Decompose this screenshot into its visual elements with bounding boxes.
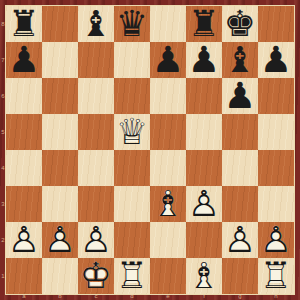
- white-pawn-c2[interactable]: ♟♙: [78, 222, 114, 258]
- square-h3[interactable]: [258, 186, 294, 222]
- square-c3[interactable]: [78, 186, 114, 222]
- square-d8[interactable]: ♛: [114, 6, 150, 42]
- piece-outline-glyph: ♙: [6, 222, 42, 258]
- square-e8[interactable]: [150, 6, 186, 42]
- black-king-g8[interactable]: ♚: [222, 6, 258, 42]
- piece-fill-glyph: ♝: [150, 186, 186, 222]
- square-b5[interactable]: [42, 114, 78, 150]
- square-d4[interactable]: [114, 150, 150, 186]
- white-rook-d1[interactable]: ♜♖: [114, 258, 150, 294]
- square-g2[interactable]: ♟♙: [222, 222, 258, 258]
- white-pawn-b2[interactable]: ♟♙: [42, 222, 78, 258]
- white-pawn-h2[interactable]: ♟♙: [258, 222, 294, 258]
- square-d5[interactable]: ♛♕: [114, 114, 150, 150]
- piece-fill-glyph: ♝: [186, 258, 222, 294]
- square-f6[interactable]: [186, 78, 222, 114]
- square-c2[interactable]: ♟♙: [78, 222, 114, 258]
- black-queen-d8[interactable]: ♛: [114, 6, 150, 42]
- white-pawn-a2[interactable]: ♟♙: [6, 222, 42, 258]
- square-a7[interactable]: ♟: [6, 42, 42, 78]
- square-g5[interactable]: [222, 114, 258, 150]
- square-b2[interactable]: ♟♙: [42, 222, 78, 258]
- black-pawn-h7[interactable]: ♟: [258, 42, 294, 78]
- piece-fill-glyph: ♟: [78, 222, 114, 258]
- piece-fill-glyph: ♟: [6, 222, 42, 258]
- black-pawn-g6[interactable]: ♟: [222, 78, 258, 114]
- white-bishop-f1[interactable]: ♝♗: [186, 258, 222, 294]
- square-f4[interactable]: [186, 150, 222, 186]
- white-rook-h1[interactable]: ♜♖: [258, 258, 294, 294]
- square-d2[interactable]: [114, 222, 150, 258]
- piece-outline-glyph: ♙: [42, 222, 78, 258]
- piece-outline-glyph: ♔: [78, 258, 114, 294]
- white-pawn-f3[interactable]: ♟♙: [186, 186, 222, 222]
- square-e7[interactable]: ♟: [150, 42, 186, 78]
- square-a8[interactable]: ♜: [6, 6, 42, 42]
- square-f3[interactable]: ♟♙: [186, 186, 222, 222]
- square-c8[interactable]: ♝: [78, 6, 114, 42]
- piece-glyph: ♟: [258, 42, 294, 78]
- file-label-e: e: [150, 293, 186, 300]
- square-e5[interactable]: [150, 114, 186, 150]
- square-a6[interactable]: [6, 78, 42, 114]
- piece-outline-glyph: ♙: [222, 222, 258, 258]
- square-g1[interactable]: [222, 258, 258, 294]
- square-e1[interactable]: [150, 258, 186, 294]
- square-h2[interactable]: ♟♙: [258, 222, 294, 258]
- square-a3[interactable]: [6, 186, 42, 222]
- square-c4[interactable]: [78, 150, 114, 186]
- file-label-g: g: [222, 293, 258, 300]
- square-h6[interactable]: [258, 78, 294, 114]
- piece-fill-glyph: ♟: [222, 222, 258, 258]
- piece-outline-glyph: ♙: [258, 222, 294, 258]
- square-d1[interactable]: ♜♖: [114, 258, 150, 294]
- piece-fill-glyph: ♟: [42, 222, 78, 258]
- square-h4[interactable]: [258, 150, 294, 186]
- square-g3[interactable]: [222, 186, 258, 222]
- piece-glyph: ♝: [222, 42, 258, 78]
- piece-glyph: ♟: [222, 78, 258, 114]
- piece-fill-glyph: ♜: [258, 258, 294, 294]
- file-label-d: d: [114, 293, 150, 300]
- file-label-h: h: [258, 293, 294, 300]
- white-king-c1[interactable]: ♚♔: [78, 258, 114, 294]
- file-labels: abcdefgh: [6, 293, 294, 300]
- chess-board: ♜♝♛♜♚♟♟♟♝♟♟♛♕♝♗♟♙♟♙♟♙♟♙♟♙♟♙♚♔♜♖♝♗♜♖: [6, 6, 294, 294]
- black-bishop-c8[interactable]: ♝: [78, 6, 114, 42]
- piece-glyph: ♟: [186, 42, 222, 78]
- chess-board-frame: 87654321 abcdefgh ♜♝♛♜♚♟♟♟♝♟♟♛♕♝♗♟♙♟♙♟♙♟…: [0, 0, 300, 300]
- piece-glyph: ♝: [78, 6, 114, 42]
- piece-outline-glyph: ♗: [186, 258, 222, 294]
- square-g4[interactable]: [222, 150, 258, 186]
- piece-glyph: ♜: [6, 6, 42, 42]
- square-b1[interactable]: [42, 258, 78, 294]
- piece-outline-glyph: ♕: [114, 114, 150, 150]
- square-c6[interactable]: [78, 78, 114, 114]
- white-queen-d5[interactable]: ♛♕: [114, 114, 150, 150]
- square-d6[interactable]: [114, 78, 150, 114]
- square-e2[interactable]: [150, 222, 186, 258]
- piece-glyph: ♟: [6, 42, 42, 78]
- piece-glyph: ♜: [186, 6, 222, 42]
- square-c1[interactable]: ♚♔: [78, 258, 114, 294]
- file-label-c: c: [78, 293, 114, 300]
- piece-glyph: ♚: [222, 6, 258, 42]
- square-e4[interactable]: [150, 150, 186, 186]
- black-rook-a8[interactable]: ♜: [6, 6, 42, 42]
- square-g7[interactable]: ♝: [222, 42, 258, 78]
- square-h8[interactable]: [258, 6, 294, 42]
- white-bishop-e3[interactable]: ♝♗: [150, 186, 186, 222]
- square-a4[interactable]: [6, 150, 42, 186]
- square-c7[interactable]: [78, 42, 114, 78]
- square-h7[interactable]: ♟: [258, 42, 294, 78]
- file-label-b: b: [42, 293, 78, 300]
- square-g6[interactable]: ♟: [222, 78, 258, 114]
- piece-outline-glyph: ♗: [150, 186, 186, 222]
- piece-outline-glyph: ♙: [186, 186, 222, 222]
- piece-glyph: ♟: [150, 42, 186, 78]
- square-e3[interactable]: ♝♗: [150, 186, 186, 222]
- white-pawn-g2[interactable]: ♟♙: [222, 222, 258, 258]
- square-f5[interactable]: [186, 114, 222, 150]
- square-f2[interactable]: [186, 222, 222, 258]
- square-b3[interactable]: [42, 186, 78, 222]
- piece-outline-glyph: ♙: [78, 222, 114, 258]
- square-b6[interactable]: [42, 78, 78, 114]
- black-bishop-g7[interactable]: ♝: [222, 42, 258, 78]
- square-a1[interactable]: [6, 258, 42, 294]
- black-pawn-e7[interactable]: ♟: [150, 42, 186, 78]
- piece-glyph: ♛: [114, 6, 150, 42]
- square-h1[interactable]: ♜♖: [258, 258, 294, 294]
- file-label-f: f: [186, 293, 222, 300]
- black-rook-f8[interactable]: ♜: [186, 6, 222, 42]
- black-pawn-a7[interactable]: ♟: [6, 42, 42, 78]
- file-label-a: a: [6, 293, 42, 300]
- black-pawn-f7[interactable]: ♟: [186, 42, 222, 78]
- square-a2[interactable]: ♟♙: [6, 222, 42, 258]
- square-f1[interactable]: ♝♗: [186, 258, 222, 294]
- square-b8[interactable]: [42, 6, 78, 42]
- square-e6[interactable]: [150, 78, 186, 114]
- square-b4[interactable]: [42, 150, 78, 186]
- square-f7[interactable]: ♟: [186, 42, 222, 78]
- piece-fill-glyph: ♜: [114, 258, 150, 294]
- piece-fill-glyph: ♟: [186, 186, 222, 222]
- square-b7[interactable]: [42, 42, 78, 78]
- square-h5[interactable]: [258, 114, 294, 150]
- square-g8[interactable]: ♚: [222, 6, 258, 42]
- piece-fill-glyph: ♛: [114, 114, 150, 150]
- piece-fill-glyph: ♚: [78, 258, 114, 294]
- square-c5[interactable]: [78, 114, 114, 150]
- square-a5[interactable]: [6, 114, 42, 150]
- square-f8[interactable]: ♜: [186, 6, 222, 42]
- square-d7[interactable]: [114, 42, 150, 78]
- piece-outline-glyph: ♖: [114, 258, 150, 294]
- square-d3[interactable]: [114, 186, 150, 222]
- piece-fill-glyph: ♟: [258, 222, 294, 258]
- piece-outline-glyph: ♖: [258, 258, 294, 294]
